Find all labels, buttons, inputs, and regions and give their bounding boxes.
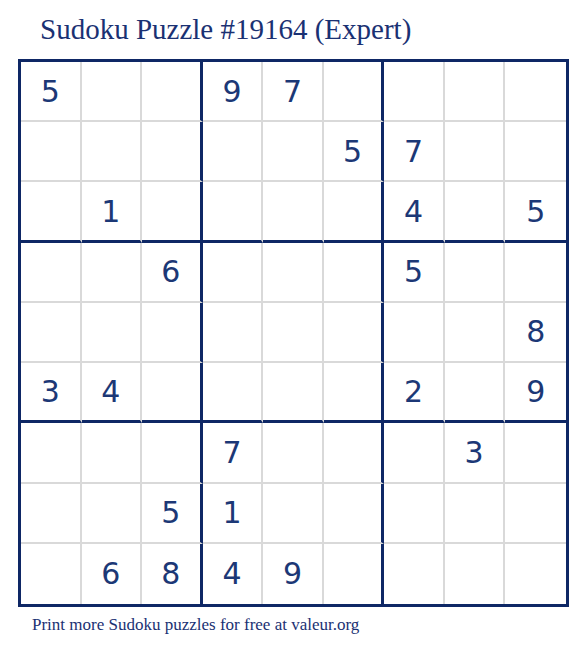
sudoku-cell <box>263 243 324 303</box>
sudoku-cell: 5 <box>324 122 385 182</box>
sudoku-cell <box>21 122 82 182</box>
sudoku-cell <box>203 122 264 182</box>
sudoku-cell <box>505 62 566 122</box>
sudoku-cell: 7 <box>384 122 445 182</box>
sudoku-cell: 6 <box>82 544 143 604</box>
sudoku-cell <box>324 484 385 544</box>
sudoku-cell <box>21 182 82 242</box>
sudoku-cell <box>445 363 506 423</box>
footer-text: Print more Sudoku puzzles for free at va… <box>32 614 359 636</box>
sudoku-cell <box>384 423 445 483</box>
sudoku-cell: 4 <box>82 363 143 423</box>
sudoku-cell: 9 <box>203 62 264 122</box>
sudoku-cell <box>82 423 143 483</box>
sudoku-cell <box>384 303 445 363</box>
sudoku-cell <box>82 243 143 303</box>
sudoku-cell <box>263 423 324 483</box>
sudoku-cell <box>445 122 506 182</box>
sudoku-cell <box>21 423 82 483</box>
sudoku-cell <box>324 303 385 363</box>
sudoku-cell <box>324 363 385 423</box>
sudoku-cell <box>445 544 506 604</box>
page-title: Sudoku Puzzle #19164 (Expert) <box>40 12 411 46</box>
sudoku-cell <box>384 62 445 122</box>
sudoku-cell <box>505 423 566 483</box>
sudoku-cell <box>445 62 506 122</box>
sudoku-cell <box>203 363 264 423</box>
sudoku-cell: 5 <box>21 62 82 122</box>
sudoku-cell <box>263 182 324 242</box>
sudoku-cell <box>203 243 264 303</box>
sudoku-cell <box>324 62 385 122</box>
sudoku-cell: 1 <box>203 484 264 544</box>
sudoku-cell <box>384 484 445 544</box>
sudoku-cell <box>445 243 506 303</box>
sudoku-cell <box>21 544 82 604</box>
sudoku-cell <box>21 484 82 544</box>
sudoku-cell <box>21 303 82 363</box>
sudoku-cell: 2 <box>384 363 445 423</box>
sudoku-cell <box>324 182 385 242</box>
sudoku-cell <box>505 243 566 303</box>
sudoku-cell <box>82 62 143 122</box>
sudoku-cell <box>142 363 203 423</box>
sudoku-cell <box>505 484 566 544</box>
sudoku-cell <box>324 243 385 303</box>
sudoku-cell <box>445 182 506 242</box>
sudoku-cell: 7 <box>263 62 324 122</box>
sudoku-cell: 6 <box>142 243 203 303</box>
sudoku-cell <box>445 303 506 363</box>
sudoku-cell <box>21 243 82 303</box>
sudoku-cell <box>142 62 203 122</box>
sudoku-cell: 3 <box>21 363 82 423</box>
sudoku-cell <box>263 303 324 363</box>
sudoku-cell <box>384 544 445 604</box>
sudoku-cell <box>142 303 203 363</box>
sudoku-cell: 8 <box>505 303 566 363</box>
sudoku-cell: 5 <box>142 484 203 544</box>
sudoku-cell <box>82 303 143 363</box>
sudoku-cell <box>263 484 324 544</box>
sudoku-cell <box>505 122 566 182</box>
sudoku-cell <box>445 484 506 544</box>
sudoku-cell <box>142 423 203 483</box>
sudoku-cell: 9 <box>505 363 566 423</box>
sudoku-cell: 4 <box>203 544 264 604</box>
sudoku-cell <box>263 122 324 182</box>
sudoku-cell <box>263 363 324 423</box>
sudoku-grid: 59757145658342973516849 <box>18 59 569 607</box>
sudoku-cell <box>203 182 264 242</box>
sudoku-cell: 7 <box>203 423 264 483</box>
sudoku-cell <box>82 484 143 544</box>
sudoku-cell <box>324 423 385 483</box>
sudoku-cell: 4 <box>384 182 445 242</box>
sudoku-cell <box>324 544 385 604</box>
sudoku-cell <box>142 182 203 242</box>
sudoku-cell: 3 <box>445 423 506 483</box>
sudoku-cell <box>142 122 203 182</box>
sudoku-cell: 1 <box>82 182 143 242</box>
sudoku-cell: 5 <box>505 182 566 242</box>
sudoku-cell: 5 <box>384 243 445 303</box>
sudoku-cell <box>82 122 143 182</box>
sudoku-cell <box>505 544 566 604</box>
sudoku-cell: 8 <box>142 544 203 604</box>
sudoku-cell: 9 <box>263 544 324 604</box>
sudoku-cell <box>203 303 264 363</box>
